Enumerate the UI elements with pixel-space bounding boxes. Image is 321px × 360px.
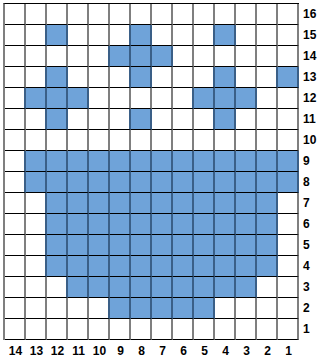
grid-cell [131,130,152,151]
grid-cell [215,130,236,151]
grid-cell [68,109,89,130]
grid-cell [257,109,278,130]
knitting-chart: 16151413121110987654321 1413121110987654… [0,0,321,360]
grid-cell [68,214,89,235]
grid-cell [5,130,26,151]
grid-cell [131,298,152,319]
grid-cell [68,277,89,298]
grid-cell [47,256,68,277]
grid-cell [89,193,110,214]
grid-cell [152,109,173,130]
row-label: 4 [303,256,321,277]
grid-cell [110,88,131,109]
row-label: 5 [303,235,321,256]
grid-cell [68,67,89,88]
grid-cell [173,298,194,319]
grid-cell [278,4,299,25]
grid-cell [236,256,257,277]
grid-cell [236,193,257,214]
grid-cell [173,4,194,25]
grid-cell [278,25,299,46]
grid-cell [194,67,215,88]
grid-cell [89,130,110,151]
grid-cell [89,25,110,46]
column-label: 8 [131,344,152,358]
grid-cell [215,88,236,109]
grid-cell [26,319,47,340]
grid-cell [68,193,89,214]
grid-cell [131,4,152,25]
grid-cell [68,319,89,340]
grid-cell [26,88,47,109]
row-label: 11 [303,109,321,130]
grid-cell [152,298,173,319]
grid-cell [26,109,47,130]
grid-cell [26,67,47,88]
grid-cell [215,235,236,256]
grid-cell [68,4,89,25]
grid-cell [278,235,299,256]
grid-cell [236,67,257,88]
grid-cell [26,193,47,214]
grid-cell [194,256,215,277]
row-label: 9 [303,151,321,172]
grid-cell [173,67,194,88]
grid-cell [5,298,26,319]
grid-cell [278,319,299,340]
grid-cell [236,88,257,109]
grid-cell [89,298,110,319]
grid-cell [89,214,110,235]
grid-cell [110,256,131,277]
row-label: 3 [303,277,321,298]
grid-cell [152,193,173,214]
grid-cell [131,214,152,235]
grid-cell [152,172,173,193]
grid-cell [194,172,215,193]
grid-cell [5,25,26,46]
grid-cell [152,256,173,277]
column-label: 11 [68,344,89,358]
grid-cell [5,319,26,340]
grid-cell [236,109,257,130]
grid-cell [47,214,68,235]
grid-cell [5,88,26,109]
grid-cell [68,25,89,46]
grid-cell [89,67,110,88]
grid-cell [278,214,299,235]
row-label: 6 [303,214,321,235]
grid-cell [257,25,278,46]
grid-cell [257,172,278,193]
grid-cell [236,151,257,172]
grid-cell [110,67,131,88]
grid-cell [194,46,215,67]
grid-cell [110,25,131,46]
grid-cell [278,193,299,214]
grid-cell [278,67,299,88]
grid-cell [26,256,47,277]
grid-cell [278,277,299,298]
grid-cell [194,235,215,256]
grid-cell [236,4,257,25]
column-label: 1 [278,344,299,358]
grid-cell [215,256,236,277]
grid-cell [47,172,68,193]
grid-cell [131,256,152,277]
grid-cell [89,256,110,277]
grid-cell [68,88,89,109]
grid-cell [152,214,173,235]
grid-cell [173,235,194,256]
grid-cell [110,319,131,340]
grid-cell [47,319,68,340]
grid-cell [173,193,194,214]
row-labels: 16151413121110987654321 [303,4,321,340]
grid-cell [26,4,47,25]
grid-cell [194,193,215,214]
column-labels: 1413121110987654321 [5,344,299,358]
grid-cell [26,151,47,172]
row-label: 8 [303,172,321,193]
grid-cell [68,235,89,256]
column-label: 5 [194,344,215,358]
grid-cell [257,277,278,298]
row-label: 14 [303,46,321,67]
grid-cell [131,235,152,256]
grid-cell [110,4,131,25]
grid-cell [47,235,68,256]
grid-cell [5,109,26,130]
grid-cell [215,151,236,172]
grid-cell [131,88,152,109]
grid-cell [152,4,173,25]
grid-cell [236,25,257,46]
grid-cell [47,4,68,25]
grid-cell [89,151,110,172]
grid-cell [194,109,215,130]
grid-cell [47,151,68,172]
grid-cell [110,214,131,235]
grid-cell [89,46,110,67]
grid-cell [89,172,110,193]
grid-cell [110,109,131,130]
grid-cell [89,4,110,25]
grid-cell [215,193,236,214]
grid-cell [194,4,215,25]
grid-cell [173,25,194,46]
grid-cell [236,277,257,298]
grid-cell [26,298,47,319]
grid-cell [131,151,152,172]
grid-cell [110,172,131,193]
grid-cell [173,277,194,298]
grid-cell [152,319,173,340]
grid-cell [26,46,47,67]
row-label: 7 [303,193,321,214]
column-label: 7 [152,344,173,358]
grid-cell [5,193,26,214]
grid-cell [131,277,152,298]
grid-cell [173,256,194,277]
grid-cell [68,172,89,193]
grid-cell [68,256,89,277]
grid-cell [110,151,131,172]
grid-cell [131,319,152,340]
column-label: 13 [26,344,47,358]
row-label: 13 [303,67,321,88]
grid-cell [5,172,26,193]
grid-cell [278,256,299,277]
grid-cell [215,67,236,88]
grid-cell [47,109,68,130]
grid-cell [173,88,194,109]
grid-cell [5,214,26,235]
row-label: 10 [303,130,321,151]
grid-cell [47,193,68,214]
grid-cell [5,256,26,277]
grid-cell [194,277,215,298]
chart-grid [3,3,299,340]
grid-cell [257,298,278,319]
grid-cell [110,46,131,67]
grid-cell [215,172,236,193]
grid-cell [152,46,173,67]
grid-cell [173,214,194,235]
grid-cell [215,298,236,319]
grid-cell [131,172,152,193]
grid-cell [26,235,47,256]
row-label: 1 [303,319,321,340]
grid-cell [131,46,152,67]
grid-cell [47,46,68,67]
grid-cell [68,46,89,67]
grid-cell [236,214,257,235]
grid-cell [152,130,173,151]
grid-cell [152,151,173,172]
grid-cell [89,277,110,298]
grid-cell [215,25,236,46]
grid-cell [89,319,110,340]
grid-cell [5,235,26,256]
grid-cell [215,4,236,25]
grid-cell [173,319,194,340]
grid-cell [278,130,299,151]
grid-cell [257,130,278,151]
grid-cell [194,25,215,46]
grid-cell [278,88,299,109]
grid-cell [215,109,236,130]
grid-cell [26,25,47,46]
grid-cell [5,67,26,88]
grid-cell [47,130,68,151]
grid-cell [5,277,26,298]
grid-cell [131,25,152,46]
grid-cell [26,277,47,298]
column-label: 14 [5,344,26,358]
grid-cell [131,109,152,130]
grid-cell [173,130,194,151]
grid-cell [194,319,215,340]
row-label: 2 [303,298,321,319]
grid-cell [236,46,257,67]
grid-cell [257,67,278,88]
grid-cell [173,109,194,130]
grid-cell [257,193,278,214]
grid-cell [257,151,278,172]
grid-cell [5,151,26,172]
grid-cell [26,214,47,235]
grid-cell [152,67,173,88]
grid-cell [26,172,47,193]
grid-cell [152,88,173,109]
grid-cell [194,88,215,109]
grid-cell [257,319,278,340]
grid-cell [68,298,89,319]
grid-cell [194,151,215,172]
grid-cell [89,235,110,256]
grid-cell [173,172,194,193]
grid-cell [215,277,236,298]
grid-cell [173,46,194,67]
row-label: 16 [303,4,321,25]
grid-cell [173,151,194,172]
row-label: 12 [303,88,321,109]
grid-cell [47,277,68,298]
grid-cell [131,193,152,214]
grid-cell [5,4,26,25]
grid-cell [236,172,257,193]
grid-cell [257,4,278,25]
column-label: 4 [215,344,236,358]
grid-cell [47,25,68,46]
grid-cell [47,298,68,319]
grid-cell [89,88,110,109]
grid-cell [110,277,131,298]
grid-cell [257,88,278,109]
grid-cell [236,298,257,319]
grid-cell [89,109,110,130]
grid-cell [152,235,173,256]
grid-cell [257,214,278,235]
grid-cell [215,46,236,67]
grid-cell [110,193,131,214]
grid-cell [278,46,299,67]
grid-cell [236,130,257,151]
grid-cell [110,130,131,151]
grid-cell [26,130,47,151]
grid-cell [236,319,257,340]
grid-cell [215,214,236,235]
grid-cell [131,67,152,88]
grid-cell [152,277,173,298]
column-label: 12 [47,344,68,358]
grid-cell [47,88,68,109]
grid-cell [47,67,68,88]
grid-cell [278,151,299,172]
column-label: 2 [257,344,278,358]
column-label: 9 [110,344,131,358]
grid-cell [110,298,131,319]
column-label: 3 [236,344,257,358]
grid-cell [236,235,257,256]
grid-cell [194,298,215,319]
grid-cell [68,151,89,172]
row-label: 15 [303,25,321,46]
grid-cell [257,256,278,277]
grid-cell [278,298,299,319]
grid-cell [257,46,278,67]
grid-cell [278,172,299,193]
column-label: 6 [173,344,194,358]
grid-cell [68,130,89,151]
grid-cell [110,235,131,256]
column-label: 10 [89,344,110,358]
grid-cell [194,214,215,235]
grid-cell [257,235,278,256]
grid-cell [152,25,173,46]
grid-cell [215,319,236,340]
grid-cell [194,130,215,151]
grid-cell [5,46,26,67]
grid-cell [278,109,299,130]
